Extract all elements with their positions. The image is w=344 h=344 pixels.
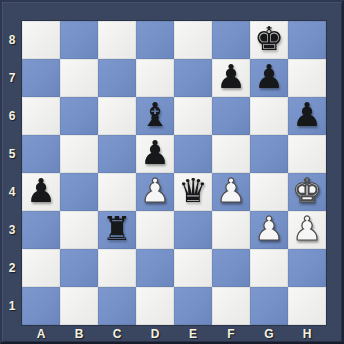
file-label-G: G — [250, 325, 288, 343]
piece-black-pawn-g7[interactable]: ♟ — [254, 58, 284, 96]
square-b5[interactable] — [60, 135, 98, 173]
square-f6[interactable] — [212, 97, 250, 135]
square-a8[interactable] — [22, 21, 60, 59]
square-a7[interactable] — [22, 59, 60, 97]
piece-white-king-h4[interactable]: ♚ — [292, 172, 322, 210]
square-g5[interactable] — [250, 135, 288, 173]
square-e6[interactable] — [174, 97, 212, 135]
rank-label-2: 2 — [2, 249, 22, 287]
rank-label-6: 6 — [2, 97, 22, 135]
square-c2[interactable] — [98, 249, 136, 287]
square-f2[interactable] — [212, 249, 250, 287]
square-a2[interactable] — [22, 249, 60, 287]
square-c1[interactable] — [98, 287, 136, 325]
square-f8[interactable] — [212, 21, 250, 59]
square-e7[interactable] — [174, 59, 212, 97]
square-h6[interactable]: ♟ — [288, 97, 326, 135]
square-b6[interactable] — [60, 97, 98, 135]
file-label-B: B — [60, 325, 98, 343]
file-labels: ABCDEFGH — [22, 325, 326, 343]
square-f4[interactable]: ♟ — [212, 173, 250, 211]
square-d4[interactable]: ♟ — [136, 173, 174, 211]
square-d6[interactable]: ♝ — [136, 97, 174, 135]
square-b1[interactable] — [60, 287, 98, 325]
square-h4[interactable]: ♚ — [288, 173, 326, 211]
rank-labels: 87654321 — [2, 21, 22, 325]
square-a6[interactable] — [22, 97, 60, 135]
piece-white-pawn-h3[interactable]: ♟ — [292, 210, 322, 248]
piece-black-pawn-h6[interactable]: ♟ — [292, 96, 322, 134]
square-h5[interactable] — [288, 135, 326, 173]
square-a5[interactable] — [22, 135, 60, 173]
square-g8[interactable]: ♚ — [250, 21, 288, 59]
square-g3[interactable]: ♟ — [250, 211, 288, 249]
square-f1[interactable] — [212, 287, 250, 325]
square-e3[interactable] — [174, 211, 212, 249]
file-label-A: A — [22, 325, 60, 343]
piece-black-rook-c3[interactable]: ♜ — [102, 210, 132, 248]
rank-label-1: 1 — [2, 287, 22, 325]
square-e4[interactable]: ♛ — [174, 173, 212, 211]
square-g7[interactable]: ♟ — [250, 59, 288, 97]
rank-label-4: 4 — [2, 173, 22, 211]
piece-black-queen-e4[interactable]: ♛ — [178, 172, 208, 210]
piece-black-bishop-d6[interactable]: ♝ — [140, 96, 170, 134]
square-d7[interactable] — [136, 59, 174, 97]
square-c5[interactable] — [98, 135, 136, 173]
square-b7[interactable] — [60, 59, 98, 97]
square-h3[interactable]: ♟ — [288, 211, 326, 249]
rank-label-8: 8 — [2, 21, 22, 59]
piece-white-pawn-d4[interactable]: ♟ — [140, 172, 170, 210]
square-d2[interactable] — [136, 249, 174, 287]
square-e2[interactable] — [174, 249, 212, 287]
square-e1[interactable] — [174, 287, 212, 325]
square-c4[interactable] — [98, 173, 136, 211]
file-label-D: D — [136, 325, 174, 343]
square-g4[interactable] — [250, 173, 288, 211]
square-d5[interactable]: ♟ — [136, 135, 174, 173]
piece-black-pawn-f7[interactable]: ♟ — [216, 58, 246, 96]
piece-black-pawn-d5[interactable]: ♟ — [140, 134, 170, 172]
square-b3[interactable] — [60, 211, 98, 249]
square-c7[interactable] — [98, 59, 136, 97]
square-g6[interactable] — [250, 97, 288, 135]
square-a3[interactable] — [22, 211, 60, 249]
piece-black-pawn-a4[interactable]: ♟ — [26, 172, 56, 210]
square-b8[interactable] — [60, 21, 98, 59]
square-g2[interactable] — [250, 249, 288, 287]
square-c8[interactable] — [98, 21, 136, 59]
square-e8[interactable] — [174, 21, 212, 59]
square-h8[interactable] — [288, 21, 326, 59]
square-h1[interactable] — [288, 287, 326, 325]
file-label-E: E — [174, 325, 212, 343]
square-f5[interactable] — [212, 135, 250, 173]
square-c6[interactable] — [98, 97, 136, 135]
square-b2[interactable] — [60, 249, 98, 287]
square-g1[interactable] — [250, 287, 288, 325]
square-h7[interactable] — [288, 59, 326, 97]
chess-board[interactable]: ♚♟♟♝♟♟♟♟♛♟♚♜♟♟ — [22, 21, 326, 325]
chess-board-frame: 87654321 ♚♟♟♝♟♟♟♟♛♟♚♜♟♟ ABCDEFGH — [0, 0, 344, 344]
square-c3[interactable]: ♜ — [98, 211, 136, 249]
square-d8[interactable] — [136, 21, 174, 59]
square-a4[interactable]: ♟ — [22, 173, 60, 211]
square-h2[interactable] — [288, 249, 326, 287]
square-f3[interactable] — [212, 211, 250, 249]
piece-white-pawn-g3[interactable]: ♟ — [254, 210, 284, 248]
square-a1[interactable] — [22, 287, 60, 325]
file-label-C: C — [98, 325, 136, 343]
square-f7[interactable]: ♟ — [212, 59, 250, 97]
file-label-F: F — [212, 325, 250, 343]
piece-white-pawn-f4[interactable]: ♟ — [216, 172, 246, 210]
rank-label-5: 5 — [2, 135, 22, 173]
square-b4[interactable] — [60, 173, 98, 211]
file-label-H: H — [288, 325, 326, 343]
piece-black-king-g8[interactable]: ♚ — [254, 20, 284, 58]
square-d1[interactable] — [136, 287, 174, 325]
square-e5[interactable] — [174, 135, 212, 173]
square-d3[interactable] — [136, 211, 174, 249]
rank-label-7: 7 — [2, 59, 22, 97]
rank-label-3: 3 — [2, 211, 22, 249]
